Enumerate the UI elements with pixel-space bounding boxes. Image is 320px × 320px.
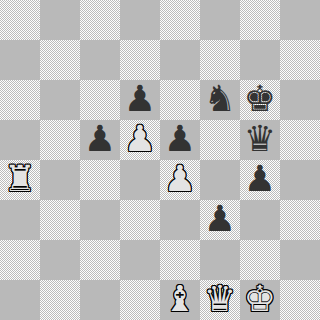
black-queen[interactable]: ♛	[244, 119, 276, 159]
square-e5[interactable]: ♟	[160, 120, 200, 160]
square-b6[interactable]	[40, 80, 80, 120]
square-d5[interactable]: ♟	[120, 120, 160, 160]
square-h5[interactable]	[280, 120, 320, 160]
square-b5[interactable]	[40, 120, 80, 160]
square-c8[interactable]	[80, 0, 120, 40]
square-g3[interactable]	[240, 200, 280, 240]
square-f8[interactable]	[200, 0, 240, 40]
square-b2[interactable]	[40, 240, 80, 280]
square-g6[interactable]: ♚	[240, 80, 280, 120]
black-pawn[interactable]: ♟	[204, 199, 236, 239]
white-pawn[interactable]: ♟	[124, 119, 156, 159]
square-c6[interactable]	[80, 80, 120, 120]
square-e3[interactable]	[160, 200, 200, 240]
square-b3[interactable]	[40, 200, 80, 240]
square-d6[interactable]: ♟	[120, 80, 160, 120]
square-b8[interactable]	[40, 0, 80, 40]
square-f1[interactable]: ♛	[200, 280, 240, 320]
square-g8[interactable]	[240, 0, 280, 40]
square-e2[interactable]	[160, 240, 200, 280]
square-g1[interactable]: ♚	[240, 280, 280, 320]
square-a2[interactable]	[0, 240, 40, 280]
square-h4[interactable]	[280, 160, 320, 200]
black-pawn[interactable]: ♟	[164, 119, 196, 159]
white-rook[interactable]: ♜	[4, 159, 36, 199]
white-queen[interactable]: ♛	[204, 279, 236, 319]
square-c4[interactable]	[80, 160, 120, 200]
square-e6[interactable]	[160, 80, 200, 120]
square-b7[interactable]	[40, 40, 80, 80]
square-a3[interactable]	[0, 200, 40, 240]
black-pawn[interactable]: ♟	[244, 159, 276, 199]
square-a1[interactable]	[0, 280, 40, 320]
square-a5[interactable]	[0, 120, 40, 160]
square-f6[interactable]: ♞	[200, 80, 240, 120]
square-a8[interactable]	[0, 0, 40, 40]
square-e1[interactable]: ♝	[160, 280, 200, 320]
black-king[interactable]: ♚	[244, 79, 276, 119]
square-a7[interactable]	[0, 40, 40, 80]
square-h2[interactable]	[280, 240, 320, 280]
chess-board: ♟♞♚♟♟♟♛♜♟♟♟♝♛♚	[0, 0, 320, 320]
white-bishop[interactable]: ♝	[164, 279, 196, 319]
square-b4[interactable]	[40, 160, 80, 200]
square-d1[interactable]	[120, 280, 160, 320]
square-a6[interactable]	[0, 80, 40, 120]
square-d8[interactable]	[120, 0, 160, 40]
square-h8[interactable]	[280, 0, 320, 40]
square-c3[interactable]	[80, 200, 120, 240]
square-d3[interactable]	[120, 200, 160, 240]
white-king[interactable]: ♚	[244, 279, 276, 319]
square-h7[interactable]	[280, 40, 320, 80]
black-knight[interactable]: ♞	[204, 79, 236, 119]
square-e7[interactable]	[160, 40, 200, 80]
square-d2[interactable]	[120, 240, 160, 280]
square-e8[interactable]	[160, 0, 200, 40]
square-g7[interactable]	[240, 40, 280, 80]
square-g5[interactable]: ♛	[240, 120, 280, 160]
square-f3[interactable]: ♟	[200, 200, 240, 240]
square-d4[interactable]	[120, 160, 160, 200]
square-f4[interactable]	[200, 160, 240, 200]
square-b1[interactable]	[40, 280, 80, 320]
square-f2[interactable]	[200, 240, 240, 280]
square-f5[interactable]	[200, 120, 240, 160]
square-h3[interactable]	[280, 200, 320, 240]
square-f7[interactable]	[200, 40, 240, 80]
black-pawn[interactable]: ♟	[84, 119, 116, 159]
square-a4[interactable]: ♜	[0, 160, 40, 200]
square-c5[interactable]: ♟	[80, 120, 120, 160]
square-c1[interactable]	[80, 280, 120, 320]
square-d7[interactable]	[120, 40, 160, 80]
black-pawn[interactable]: ♟	[124, 79, 156, 119]
square-h6[interactable]	[280, 80, 320, 120]
square-e4[interactable]: ♟	[160, 160, 200, 200]
square-g4[interactable]: ♟	[240, 160, 280, 200]
square-c7[interactable]	[80, 40, 120, 80]
square-g2[interactable]	[240, 240, 280, 280]
square-h1[interactable]	[280, 280, 320, 320]
square-c2[interactable]	[80, 240, 120, 280]
white-pawn[interactable]: ♟	[164, 159, 196, 199]
